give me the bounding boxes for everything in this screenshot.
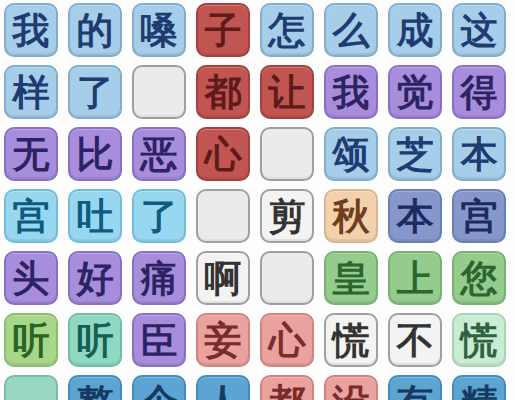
tile-r1c6[interactable]: 么: [324, 3, 378, 57]
tile-r4c2[interactable]: 吐: [68, 189, 122, 243]
tile-r2c1[interactable]: 样: [4, 65, 58, 119]
tile-r7c7[interactable]: 有: [388, 375, 442, 400]
tile-r1c8[interactable]: 这: [452, 3, 506, 57]
tile-r1c1[interactable]: 我: [4, 3, 58, 57]
tile-r6c3[interactable]: 臣: [132, 313, 186, 367]
tile-r5c4[interactable]: 啊: [196, 251, 250, 305]
tile-r4c5[interactable]: 剪: [260, 189, 314, 243]
tile-r6c5[interactable]: 心: [260, 313, 314, 367]
tile-r7c2[interactable]: 整: [68, 375, 122, 400]
tile-r5c2[interactable]: 好: [68, 251, 122, 305]
tile-r4c7[interactable]: 本: [388, 189, 442, 243]
tile-r6c4[interactable]: 妾: [196, 313, 250, 367]
tile-r7c6[interactable]: 没: [324, 375, 378, 400]
tile-r2c8[interactable]: 得: [452, 65, 506, 119]
puzzle-board: 我的嗓子怎么成这样了都让我觉得无比恶心颂芝本宫吐了剪秋本宫头好痛啊皇上您听听臣妾…: [0, 0, 515, 400]
empty-slot-r4c4: [196, 189, 250, 243]
tile-r1c3[interactable]: 嗓: [132, 3, 186, 57]
tile-r3c3[interactable]: 恶: [132, 127, 186, 181]
tile-r3c4[interactable]: 心: [196, 127, 250, 181]
tile-r3c2[interactable]: 比: [68, 127, 122, 181]
tile-r3c6[interactable]: 颂: [324, 127, 378, 181]
tile-r6c1[interactable]: 听: [4, 313, 58, 367]
tile-r4c3[interactable]: 了: [132, 189, 186, 243]
tile-r1c2[interactable]: 的: [68, 3, 122, 57]
tile-r4c6[interactable]: 秋: [324, 189, 378, 243]
tile-r2c4[interactable]: 都: [196, 65, 250, 119]
tile-r1c5[interactable]: 怎: [260, 3, 314, 57]
tile-r5c6[interactable]: 皇: [324, 251, 378, 305]
tile-r4c8[interactable]: 宫: [452, 189, 506, 243]
empty-slot-r7c1: [4, 375, 58, 400]
tile-r1c4[interactable]: 子: [196, 3, 250, 57]
tile-r2c5[interactable]: 让: [260, 65, 314, 119]
tile-r6c2[interactable]: 听: [68, 313, 122, 367]
tile-r3c1[interactable]: 无: [4, 127, 58, 181]
empty-slot-r3c5: [260, 127, 314, 181]
tile-r5c8[interactable]: 您: [452, 251, 506, 305]
tile-r2c7[interactable]: 觉: [388, 65, 442, 119]
tile-r5c7[interactable]: 上: [388, 251, 442, 305]
empty-slot-r2c3: [132, 65, 186, 119]
tile-r4c1[interactable]: 宫: [4, 189, 58, 243]
tile-r7c5[interactable]: 都: [260, 375, 314, 400]
tile-r2c2[interactable]: 了: [68, 65, 122, 119]
tile-r6c7[interactable]: 不: [388, 313, 442, 367]
tile-r2c6[interactable]: 我: [324, 65, 378, 119]
tile-r5c3[interactable]: 痛: [132, 251, 186, 305]
tile-r7c8[interactable]: 精: [452, 375, 506, 400]
tile-r7c3[interactable]: 个: [132, 375, 186, 400]
tile-r3c8[interactable]: 本: [452, 127, 506, 181]
tile-r7c4[interactable]: 人: [196, 375, 250, 400]
tile-r6c8[interactable]: 慌: [452, 313, 506, 367]
tile-r1c7[interactable]: 成: [388, 3, 442, 57]
tile-r3c7[interactable]: 芝: [388, 127, 442, 181]
tile-r5c1[interactable]: 头: [4, 251, 58, 305]
tile-r6c6[interactable]: 慌: [324, 313, 378, 367]
empty-slot-r5c5: [260, 251, 314, 305]
